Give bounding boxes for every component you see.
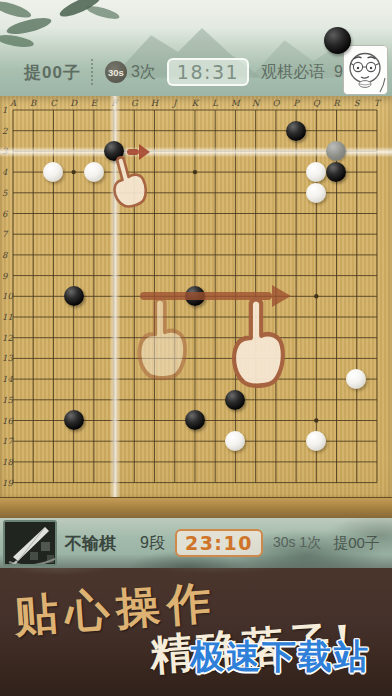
bottom-player-rank: 9段 [140,533,165,554]
byoyomi-badge: 30s [105,61,127,83]
bottom-captures-label: 提00子 [333,534,380,553]
stone-white[interactable] [225,431,245,451]
bottom-player-name: 不输棋 [65,532,116,555]
black-stone-indicator-icon [324,27,351,54]
byoyomi-periods-label: 3次 [131,62,156,83]
stone-black[interactable] [326,162,346,182]
top-captures-label: 提00子 [24,61,81,84]
go-app-screen: 提00子 30s 3次 18:31 观棋必语 9段 [0,0,392,696]
stone-black[interactable] [64,286,84,306]
bamboo-leaf-icon [0,0,33,21]
go-board[interactable]: ABCDEFGHJKLMNOPQRST123456789101112131415… [0,96,392,497]
divider [91,59,93,85]
drag-hand-start-icon [130,291,188,383]
top-player-bar: 提00子 30s 3次 18:31 观棋必语 9段 [0,0,392,96]
top-player-clock: 18:31 [167,58,249,86]
top-player-info-row: 提00子 30s 3次 18:31 观棋必语 9段 [0,50,392,94]
bottom-player-clock: 23:10 [175,529,263,557]
stone-black[interactable] [185,410,205,430]
bamboo-leaf-icon [85,3,120,21]
top-player-avatar[interactable] [343,45,388,95]
stone-white[interactable] [43,162,63,182]
stone-white[interactable] [306,183,326,203]
board-edge [0,497,392,518]
stone-black[interactable] [225,390,245,410]
bottom-player-bar: 不输棋 9段 23:10 30s 1次 提00子 [0,518,392,568]
stone-white[interactable] [346,369,366,389]
bottom-player-info-row: 不输棋 9段 23:10 30s 1次 提00子 [0,518,392,568]
bamboo-leaf-icon [0,33,35,49]
bottom-player-avatar[interactable] [3,520,57,566]
drag-hand-end-icon [224,291,286,391]
site-watermark: 极速下载站 [190,634,370,680]
meme-face-icon [344,46,388,95]
top-player-name: 观棋必语 [261,62,325,83]
stone-white[interactable] [306,162,326,182]
stone-white[interactable] [306,431,326,451]
bottom-byoyomi-label: 30s 1次 [273,534,321,552]
stone-black[interactable] [286,121,306,141]
stone-black[interactable] [64,410,84,430]
bamboo-leaf-icon [5,15,53,38]
stone-ghost[interactable] [326,141,346,161]
sword-icon [5,522,57,566]
promo-footer: 贴心操作 精确落子! 极速下载站 [0,568,392,696]
